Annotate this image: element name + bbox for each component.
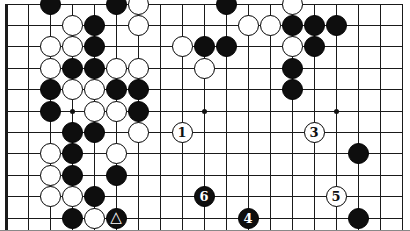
black-stone-move-6: 6 — [194, 186, 215, 207]
black-stone — [216, 36, 237, 57]
black-stone — [62, 58, 83, 79]
black-stone — [62, 208, 83, 229]
black-stone — [84, 36, 105, 57]
black-stone — [304, 15, 325, 36]
black-stone — [128, 101, 149, 122]
white-stone-move-5: 5 — [326, 186, 347, 207]
board-vertical-line — [248, 4, 249, 231]
white-stone — [62, 36, 83, 57]
white-stone — [62, 186, 83, 207]
black-stone — [282, 79, 303, 100]
black-stone — [348, 143, 369, 164]
white-stone — [282, 36, 303, 57]
board-vertical-line — [402, 4, 403, 231]
white-stone — [84, 208, 105, 229]
white-stone — [40, 165, 61, 186]
white-stone — [128, 122, 149, 143]
move-number-label: 5 — [331, 190, 340, 203]
black-stone — [40, 79, 61, 100]
white-stone — [106, 58, 127, 79]
white-stone — [106, 101, 127, 122]
black-stone — [62, 165, 83, 186]
go-diagram-screen: 1365△4 — [0, 0, 410, 230]
white-stone-move-3: 3 — [304, 122, 325, 143]
black-stone — [194, 36, 215, 57]
board-vertical-line — [380, 4, 381, 231]
black-stone — [106, 79, 127, 100]
black-stone — [216, 0, 237, 15]
board-vertical-line — [28, 4, 29, 231]
board-vertical-line — [270, 4, 271, 231]
black-stone — [348, 208, 369, 229]
black-stone — [40, 0, 61, 15]
move-number-label: 1 — [177, 126, 186, 139]
black-stone — [128, 79, 149, 100]
move-number-label: 3 — [309, 126, 318, 139]
move-number-label: 6 — [199, 190, 208, 203]
black-stone — [40, 101, 61, 122]
white-stone — [260, 15, 281, 36]
white-stone — [40, 58, 61, 79]
white-stone — [62, 79, 83, 100]
star-point — [202, 109, 207, 114]
black-stone — [84, 15, 105, 36]
white-stone — [128, 15, 149, 36]
move-number-label: 4 — [243, 212, 252, 225]
star-point — [70, 109, 75, 114]
white-stone — [106, 143, 127, 164]
white-stone — [40, 143, 61, 164]
black-stone — [62, 122, 83, 143]
white-stone — [238, 15, 259, 36]
black-stone — [282, 58, 303, 79]
white-stone — [194, 58, 215, 79]
go-board[interactable]: 1365△4 — [0, 0, 410, 230]
white-stone — [172, 36, 193, 57]
board-vertical-line — [160, 4, 161, 231]
white-stone — [40, 186, 61, 207]
white-stone — [128, 58, 149, 79]
board-vertical-line — [358, 4, 359, 231]
black-stone — [106, 0, 127, 15]
triangle-marker-icon: △ — [110, 210, 122, 225]
black-stone — [304, 36, 325, 57]
board-vertical-line-left-edge — [5, 4, 8, 231]
white-stone — [282, 0, 303, 15]
white-stone — [40, 36, 61, 57]
black-stone — [84, 58, 105, 79]
star-point — [334, 109, 339, 114]
black-stone — [326, 15, 347, 36]
black-stone — [84, 122, 105, 143]
black-stone — [62, 143, 83, 164]
white-stone — [62, 15, 83, 36]
black-stone-triangle-marker: △ — [106, 208, 127, 229]
white-stone-move-1: 1 — [172, 122, 193, 143]
black-stone — [84, 186, 105, 207]
black-stone — [282, 15, 303, 36]
white-stone — [84, 101, 105, 122]
white-stone — [128, 0, 149, 15]
black-stone — [106, 165, 127, 186]
black-stone-move-4: 4 — [238, 208, 259, 229]
white-stone — [84, 79, 105, 100]
